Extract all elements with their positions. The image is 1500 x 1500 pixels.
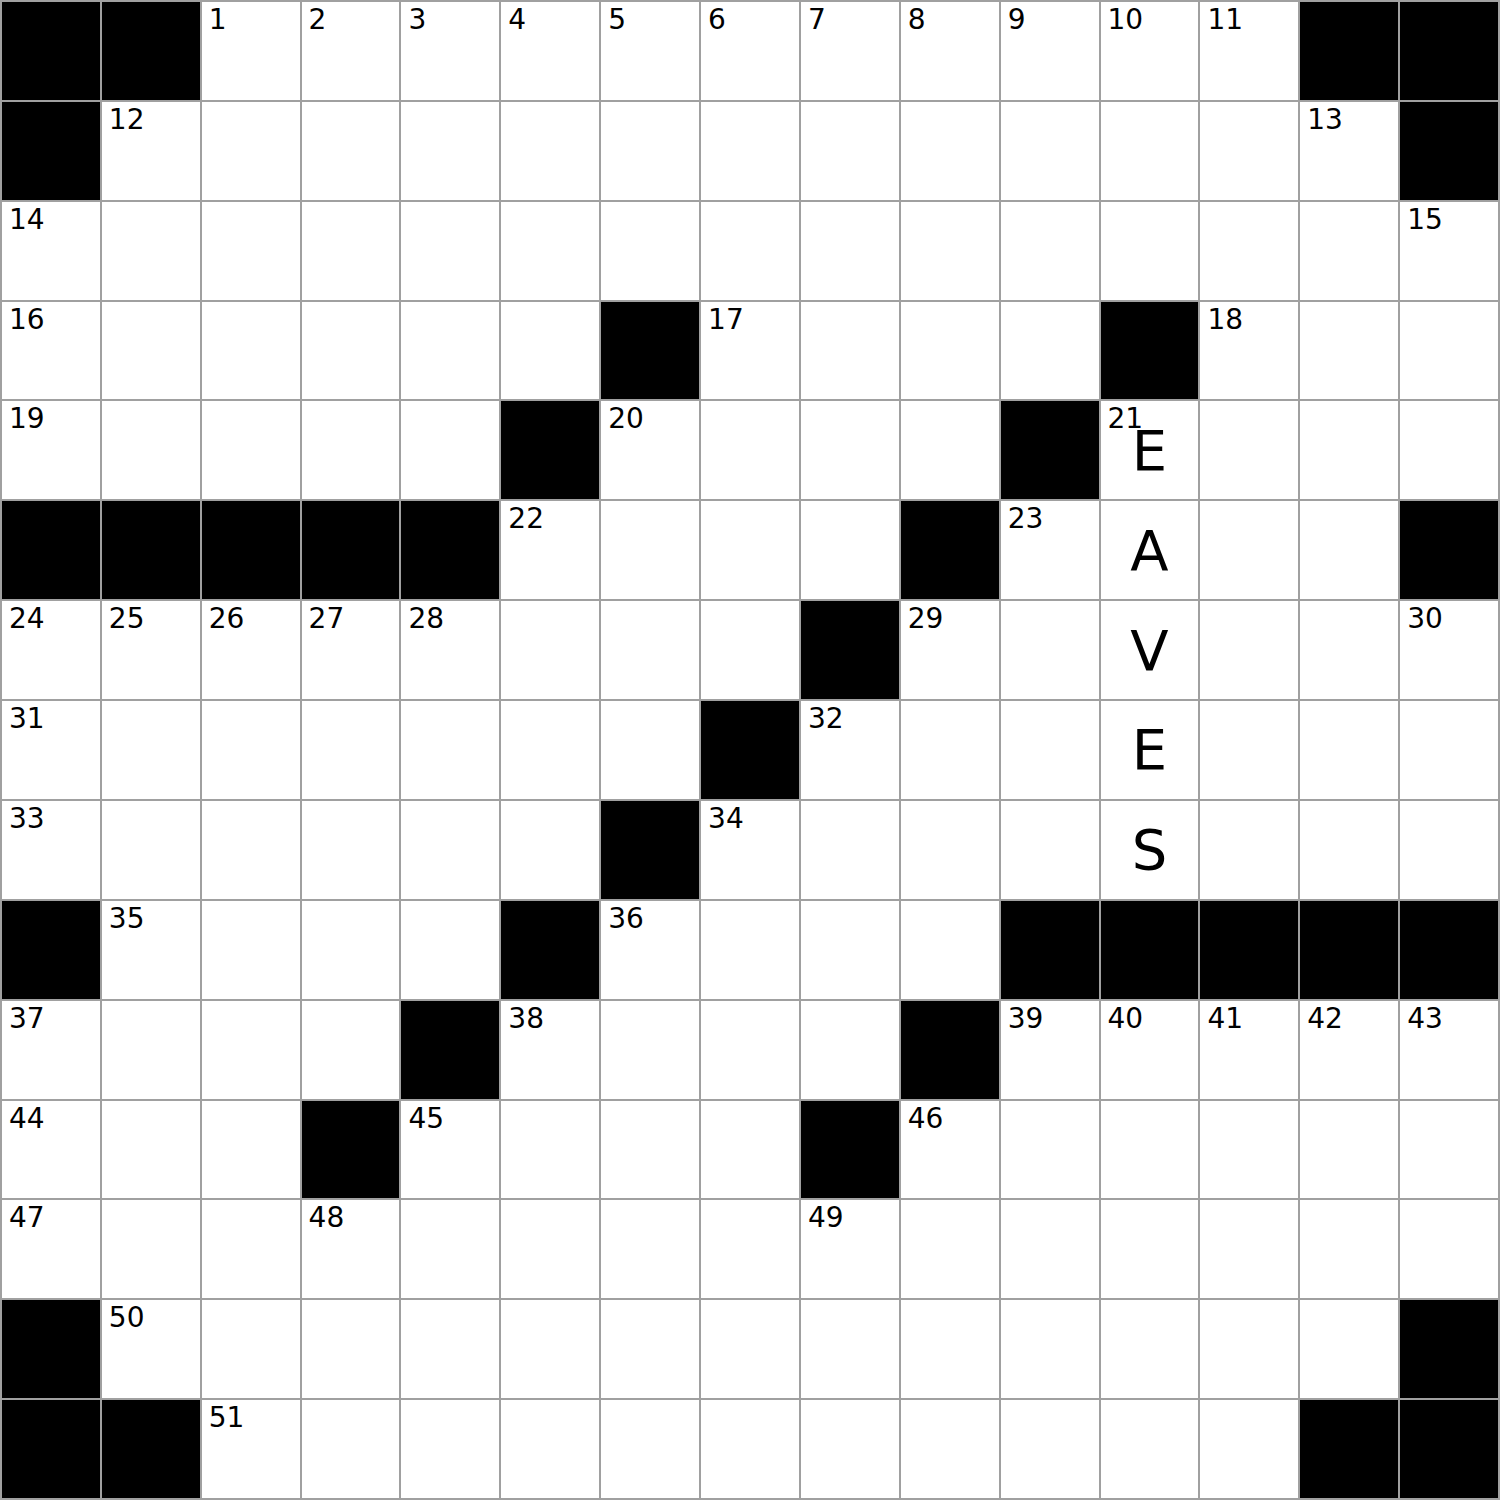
cell-r1-c5[interactable]: 3: [401, 2, 499, 100]
cell-r6-c6[interactable]: 22: [501, 501, 599, 599]
black-cell-r1-c1: [2, 2, 100, 100]
cell-r8-c6[interactable]: [501, 701, 599, 799]
clue-number-31: 31: [9, 704, 45, 733]
cell-r11-c9[interactable]: [801, 1001, 899, 1099]
cell-letter-E-r5-c12: E: [1101, 401, 1199, 499]
cell-r11-c8[interactable]: [701, 1001, 799, 1099]
cell-r8-c9[interactable]: 32: [801, 701, 899, 799]
cell-r8-c2[interactable]: [102, 701, 200, 799]
cell-r9-c3[interactable]: [202, 801, 300, 899]
clue-number-47: 47: [9, 1203, 45, 1232]
clue-number-29: 29: [908, 604, 944, 633]
clue-number-40: 40: [1108, 1004, 1144, 1033]
cell-r5-c5[interactable]: [401, 401, 499, 499]
cell-r7-c1[interactable]: 24: [2, 601, 100, 699]
cell-r4-c5[interactable]: [401, 302, 499, 400]
black-cell-r15-c15: [1400, 1400, 1498, 1498]
clue-number-8: 8: [908, 5, 926, 34]
cell-letter-A-r6-c12: A: [1101, 501, 1199, 599]
cell-r11-c15[interactable]: 43: [1400, 1001, 1498, 1099]
cell-r8-c13[interactable]: [1200, 701, 1298, 799]
clue-number-41: 41: [1207, 1004, 1243, 1033]
cell-r15-c11[interactable]: [1001, 1400, 1099, 1498]
cell-r1-c4[interactable]: 2: [302, 2, 400, 100]
clue-number-19: 19: [9, 404, 45, 433]
black-cell-r15-c2: [102, 1400, 200, 1498]
cell-r8-c14[interactable]: [1300, 701, 1398, 799]
clue-number-48: 48: [309, 1203, 345, 1232]
cell-r1-c12[interactable]: 10: [1101, 2, 1199, 100]
clue-number-14: 14: [9, 205, 45, 234]
crossword-grid: 123456789101112131415161718192021E2223A2…: [0, 0, 1500, 1500]
cell-r13-c9[interactable]: 49: [801, 1200, 899, 1298]
clue-number-38: 38: [508, 1004, 544, 1033]
cell-r12-c1[interactable]: 44: [2, 1101, 100, 1199]
black-cell-r6-c2: [102, 501, 200, 599]
cell-r4-c8[interactable]: 17: [701, 302, 799, 400]
cell-r15-c5[interactable]: [401, 1400, 499, 1498]
cell-r9-c8[interactable]: 34: [701, 801, 799, 899]
cell-r13-c15[interactable]: [1400, 1200, 1498, 1298]
cell-r14-c10[interactable]: [901, 1300, 999, 1398]
clue-number-36: 36: [608, 904, 644, 933]
clue-number-5: 5: [608, 5, 626, 34]
cell-r3-c6[interactable]: [501, 202, 599, 300]
cell-r4-c6[interactable]: [501, 302, 599, 400]
cell-r11-c7[interactable]: [601, 1001, 699, 1099]
cell-r7-c15[interactable]: 30: [1400, 601, 1498, 699]
cell-r7-c5[interactable]: 28: [401, 601, 499, 699]
clue-number-51: 51: [209, 1403, 245, 1432]
cell-r6-c12[interactable]: A: [1101, 501, 1199, 599]
clue-number-34: 34: [708, 804, 744, 833]
cell-r12-c15[interactable]: [1400, 1101, 1498, 1199]
clue-number-42: 42: [1307, 1004, 1343, 1033]
black-cell-r4-c12: [1101, 302, 1199, 400]
cell-r6-c13[interactable]: [1200, 501, 1298, 599]
cell-r12-c10[interactable]: 46: [901, 1101, 999, 1199]
cell-r15-c8[interactable]: [701, 1400, 799, 1498]
clue-number-15: 15: [1407, 205, 1443, 234]
cell-r14-c13[interactable]: [1200, 1300, 1298, 1398]
cell-r7-c2[interactable]: 25: [102, 601, 200, 699]
cell-r7-c8[interactable]: [701, 601, 799, 699]
cell-r2-c7[interactable]: [601, 102, 699, 200]
cell-r14-c7[interactable]: [601, 1300, 699, 1398]
clue-number-27: 27: [309, 604, 345, 633]
cell-r8-c10[interactable]: [901, 701, 999, 799]
black-cell-r14-c1: [2, 1300, 100, 1398]
cell-r15-c9[interactable]: [801, 1400, 899, 1498]
cell-r2-c4[interactable]: [302, 102, 400, 200]
cell-r5-c3[interactable]: [202, 401, 300, 499]
cell-r5-c1[interactable]: 19: [2, 401, 100, 499]
black-cell-r15-c14: [1300, 1400, 1398, 1498]
clue-number-49: 49: [808, 1203, 844, 1232]
cell-r9-c9[interactable]: [801, 801, 899, 899]
black-cell-r7-c9: [801, 601, 899, 699]
cell-r7-c7[interactable]: [601, 601, 699, 699]
cell-r4-c4[interactable]: [302, 302, 400, 400]
cell-r3-c3[interactable]: [202, 202, 300, 300]
cell-r2-c2[interactable]: 12: [102, 102, 200, 200]
cell-r5-c9[interactable]: [801, 401, 899, 499]
clue-number-12: 12: [109, 105, 145, 134]
cell-r5-c7[interactable]: 20: [601, 401, 699, 499]
black-cell-r2-c15: [1400, 102, 1498, 200]
clue-number-6: 6: [708, 5, 726, 34]
cell-r5-c14[interactable]: [1300, 401, 1398, 499]
cell-r2-c3[interactable]: [202, 102, 300, 200]
cell-r5-c12[interactable]: 21E: [1101, 401, 1199, 499]
cell-r7-c14[interactable]: [1300, 601, 1398, 699]
cell-r15-c7[interactable]: [601, 1400, 699, 1498]
cell-r7-c4[interactable]: 27: [302, 601, 400, 699]
black-cell-r6-c1: [2, 501, 100, 599]
cell-r9-c13[interactable]: [1200, 801, 1298, 899]
clue-number-39: 39: [1008, 1004, 1044, 1033]
cell-r3-c15[interactable]: 15: [1400, 202, 1498, 300]
cell-r14-c2[interactable]: 50: [102, 1300, 200, 1398]
cell-r1-c6[interactable]: 4: [501, 2, 599, 100]
cell-r14-c8[interactable]: [701, 1300, 799, 1398]
cell-r9-c15[interactable]: [1400, 801, 1498, 899]
clue-number-30: 30: [1407, 604, 1443, 633]
black-cell-r5-c6: [501, 401, 599, 499]
cell-r4-c9[interactable]: [801, 302, 899, 400]
cell-r2-c6[interactable]: [501, 102, 599, 200]
black-cell-r10-c13: [1200, 901, 1298, 999]
clue-number-25: 25: [109, 604, 145, 633]
black-cell-r10-c15: [1400, 901, 1498, 999]
cell-r9-c10[interactable]: [901, 801, 999, 899]
clue-number-1: 1: [209, 5, 227, 34]
cell-r2-c5[interactable]: [401, 102, 499, 200]
cell-r14-c5[interactable]: [401, 1300, 499, 1398]
clue-number-9: 9: [1008, 5, 1026, 34]
cell-r10-c10[interactable]: [901, 901, 999, 999]
cell-r8-c11[interactable]: [1001, 701, 1099, 799]
cell-r12-c3[interactable]: [202, 1101, 300, 1199]
black-cell-r12-c4: [302, 1101, 400, 1199]
cell-r9-c4[interactable]: [302, 801, 400, 899]
clue-number-3: 3: [408, 5, 426, 34]
cell-r13-c10[interactable]: [901, 1200, 999, 1298]
black-cell-r5-c11: [1001, 401, 1099, 499]
cell-r6-c14[interactable]: [1300, 501, 1398, 599]
black-cell-r9-c7: [601, 801, 699, 899]
cell-r5-c4[interactable]: [302, 401, 400, 499]
cell-r10-c8[interactable]: [701, 901, 799, 999]
black-cell-r6-c3: [202, 501, 300, 599]
black-cell-r10-c12: [1101, 901, 1199, 999]
cell-r2-c10[interactable]: [901, 102, 999, 200]
cell-r9-c6[interactable]: [501, 801, 599, 899]
cell-r6-c9[interactable]: [801, 501, 899, 599]
cell-r13-c6[interactable]: [501, 1200, 599, 1298]
clue-number-46: 46: [908, 1104, 944, 1133]
cell-r10-c9[interactable]: [801, 901, 899, 999]
cell-r2-c8[interactable]: [701, 102, 799, 200]
black-cell-r6-c10: [901, 501, 999, 599]
cell-r5-c8[interactable]: [701, 401, 799, 499]
cell-r6-c7[interactable]: [601, 501, 699, 599]
cell-r11-c12[interactable]: 40: [1101, 1001, 1199, 1099]
cell-r8-c5[interactable]: [401, 701, 499, 799]
cell-r13-c12[interactable]: [1101, 1200, 1199, 1298]
clue-number-17: 17: [708, 305, 744, 334]
cell-r8-c4[interactable]: [302, 701, 400, 799]
cell-r7-c6[interactable]: [501, 601, 599, 699]
cell-r14-c12[interactable]: [1101, 1300, 1199, 1398]
black-cell-r1-c14: [1300, 2, 1398, 100]
cell-r3-c9[interactable]: [801, 202, 899, 300]
black-cell-r12-c9: [801, 1101, 899, 1199]
cell-r11-c3[interactable]: [202, 1001, 300, 1099]
cell-r12-c8[interactable]: [701, 1101, 799, 1199]
cell-r9-c5[interactable]: [401, 801, 499, 899]
clue-number-44: 44: [9, 1104, 45, 1133]
cell-r13-c8[interactable]: [701, 1200, 799, 1298]
cell-r3-c11[interactable]: [1001, 202, 1099, 300]
black-cell-r8-c8: [701, 701, 799, 799]
clue-number-33: 33: [9, 804, 45, 833]
black-cell-r4-c7: [601, 302, 699, 400]
cell-r12-c5[interactable]: 45: [401, 1101, 499, 1199]
cell-r13-c7[interactable]: [601, 1200, 699, 1298]
cell-r3-c13[interactable]: [1200, 202, 1298, 300]
clue-number-32: 32: [808, 704, 844, 733]
cell-r2-c12[interactable]: [1101, 102, 1199, 200]
cell-r1-c8[interactable]: 6: [701, 2, 799, 100]
cell-r13-c14[interactable]: [1300, 1200, 1398, 1298]
cell-r3-c8[interactable]: [701, 202, 799, 300]
cell-r3-c5[interactable]: [401, 202, 499, 300]
cell-r9-c2[interactable]: [102, 801, 200, 899]
cell-r10-c2[interactable]: 35: [102, 901, 200, 999]
black-cell-r10-c6: [501, 901, 599, 999]
cell-letter-V-r7-c12: V: [1101, 601, 1199, 699]
cell-r3-c2[interactable]: [102, 202, 200, 300]
clue-number-18: 18: [1207, 305, 1243, 334]
cell-r11-c14[interactable]: 42: [1300, 1001, 1398, 1099]
cell-r1-c7[interactable]: 5: [601, 2, 699, 100]
cell-r7-c10[interactable]: 29: [901, 601, 999, 699]
cell-r12-c13[interactable]: [1200, 1101, 1298, 1199]
cell-r3-c14[interactable]: [1300, 202, 1398, 300]
cell-r13-c4[interactable]: 48: [302, 1200, 400, 1298]
cell-r8-c15[interactable]: [1400, 701, 1498, 799]
cell-r1-c11[interactable]: 9: [1001, 2, 1099, 100]
cell-letter-S-r9-c12: S: [1101, 801, 1199, 899]
clue-number-35: 35: [109, 904, 145, 933]
cell-r12-c2[interactable]: [102, 1101, 200, 1199]
cell-r15-c4[interactable]: [302, 1400, 400, 1498]
cell-r5-c10[interactable]: [901, 401, 999, 499]
clue-number-11: 11: [1207, 5, 1243, 34]
cell-r12-c7[interactable]: [601, 1101, 699, 1199]
cell-r15-c3[interactable]: 51: [202, 1400, 300, 1498]
cell-r14-c14[interactable]: [1300, 1300, 1398, 1398]
cell-r7-c11[interactable]: [1001, 601, 1099, 699]
clue-number-16: 16: [9, 305, 45, 334]
clue-number-50: 50: [109, 1303, 145, 1332]
clue-number-43: 43: [1407, 1004, 1443, 1033]
cell-r9-c12[interactable]: S: [1101, 801, 1199, 899]
clue-number-20: 20: [608, 404, 644, 433]
cell-r3-c12[interactable]: [1101, 202, 1199, 300]
cell-r8-c12[interactable]: E: [1101, 701, 1199, 799]
clue-number-45: 45: [408, 1104, 444, 1133]
cell-r14-c3[interactable]: [202, 1300, 300, 1398]
clue-number-28: 28: [408, 604, 444, 633]
cell-r7-c12[interactable]: V: [1101, 601, 1199, 699]
cell-r15-c6[interactable]: [501, 1400, 599, 1498]
clue-number-37: 37: [9, 1004, 45, 1033]
cell-r3-c10[interactable]: [901, 202, 999, 300]
cell-letter-E-r8-c12: E: [1101, 701, 1199, 799]
cell-r3-c7[interactable]: [601, 202, 699, 300]
cell-r12-c6[interactable]: [501, 1101, 599, 1199]
black-cell-r1-c15: [1400, 2, 1498, 100]
cell-r13-c2[interactable]: [102, 1200, 200, 1298]
black-cell-r1-c2: [102, 2, 200, 100]
cell-r2-c11[interactable]: [1001, 102, 1099, 200]
clue-number-23: 23: [1008, 504, 1044, 533]
cell-r11-c2[interactable]: [102, 1001, 200, 1099]
cell-r13-c3[interactable]: [202, 1200, 300, 1298]
cell-r12-c11[interactable]: [1001, 1101, 1099, 1199]
cell-r14-c6[interactable]: [501, 1300, 599, 1398]
cell-r5-c13[interactable]: [1200, 401, 1298, 499]
cell-r15-c12[interactable]: [1101, 1400, 1199, 1498]
cell-r12-c14[interactable]: [1300, 1101, 1398, 1199]
cell-r4-c15[interactable]: [1400, 302, 1498, 400]
cell-r4-c13[interactable]: 18: [1200, 302, 1298, 400]
cell-r13-c5[interactable]: [401, 1200, 499, 1298]
black-cell-r10-c1: [2, 901, 100, 999]
black-cell-r6-c5: [401, 501, 499, 599]
clue-number-26: 26: [209, 604, 245, 633]
cell-r13-c11[interactable]: [1001, 1200, 1099, 1298]
cell-r4-c3[interactable]: [202, 302, 300, 400]
cell-r9-c11[interactable]: [1001, 801, 1099, 899]
clue-number-7: 7: [808, 5, 826, 34]
cell-r1-c9[interactable]: 7: [801, 2, 899, 100]
cell-r13-c1[interactable]: 47: [2, 1200, 100, 1298]
cell-r14-c4[interactable]: [302, 1300, 400, 1398]
clue-number-22: 22: [508, 504, 544, 533]
cell-r4-c10[interactable]: [901, 302, 999, 400]
cell-r2-c14[interactable]: 13: [1300, 102, 1398, 200]
black-cell-r15-c1: [2, 1400, 100, 1498]
cell-r10-c5[interactable]: [401, 901, 499, 999]
clue-number-10: 10: [1108, 5, 1144, 34]
cell-r11-c6[interactable]: 38: [501, 1001, 599, 1099]
clue-number-24: 24: [9, 604, 45, 633]
cell-r3-c4[interactable]: [302, 202, 400, 300]
cell-r4-c11[interactable]: [1001, 302, 1099, 400]
cell-r3-c1[interactable]: 14: [2, 202, 100, 300]
cell-r5-c2[interactable]: [102, 401, 200, 499]
cell-r10-c7[interactable]: 36: [601, 901, 699, 999]
black-cell-r10-c14: [1300, 901, 1398, 999]
cell-r9-c14[interactable]: [1300, 801, 1398, 899]
clue-number-13: 13: [1307, 105, 1343, 134]
cell-r13-c13[interactable]: [1200, 1200, 1298, 1298]
cell-r15-c10[interactable]: [901, 1400, 999, 1498]
cell-r8-c1[interactable]: 31: [2, 701, 100, 799]
cell-r12-c12[interactable]: [1101, 1101, 1199, 1199]
cell-r2-c13[interactable]: [1200, 102, 1298, 200]
black-cell-r10-c11: [1001, 901, 1099, 999]
cell-r4-c14[interactable]: [1300, 302, 1398, 400]
black-cell-r2-c1: [2, 102, 100, 200]
cell-r8-c3[interactable]: [202, 701, 300, 799]
cell-r1-c13[interactable]: 11: [1200, 2, 1298, 100]
cell-r11-c11[interactable]: 39: [1001, 1001, 1099, 1099]
cell-r1-c3[interactable]: 1: [202, 2, 300, 100]
cell-r4-c2[interactable]: [102, 302, 200, 400]
cell-r11-c1[interactable]: 37: [2, 1001, 100, 1099]
cell-r5-c15[interactable]: [1400, 401, 1498, 499]
black-cell-r6-c4: [302, 501, 400, 599]
cell-r6-c11[interactable]: 23: [1001, 501, 1099, 599]
black-cell-r11-c5: [401, 1001, 499, 1099]
cell-r8-c7[interactable]: [601, 701, 699, 799]
cell-r1-c10[interactable]: 8: [901, 2, 999, 100]
cell-r14-c9[interactable]: [801, 1300, 899, 1398]
clue-number-4: 4: [508, 5, 526, 34]
cell-r11-c4[interactable]: [302, 1001, 400, 1099]
cell-r10-c4[interactable]: [302, 901, 400, 999]
black-cell-r11-c10: [901, 1001, 999, 1099]
cell-r4-c1[interactable]: 16: [2, 302, 100, 400]
cell-r7-c13[interactable]: [1200, 601, 1298, 699]
cell-r7-c3[interactable]: 26: [202, 601, 300, 699]
black-cell-r14-c15: [1400, 1300, 1498, 1398]
cell-r15-c13[interactable]: [1200, 1400, 1298, 1498]
cell-r11-c13[interactable]: 41: [1200, 1001, 1298, 1099]
cell-r10-c3[interactable]: [202, 901, 300, 999]
cell-r2-c9[interactable]: [801, 102, 899, 200]
clue-number-2: 2: [309, 5, 327, 34]
cell-r9-c1[interactable]: 33: [2, 801, 100, 899]
black-cell-r6-c15: [1400, 501, 1498, 599]
cell-r14-c11[interactable]: [1001, 1300, 1099, 1398]
cell-r6-c8[interactable]: [701, 501, 799, 599]
